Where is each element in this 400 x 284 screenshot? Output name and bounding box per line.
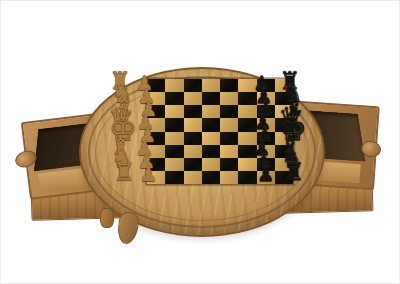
square-h7 — [275, 92, 293, 105]
square-b6 — [165, 105, 183, 118]
square-h6 — [275, 105, 293, 118]
square-d4 — [202, 132, 220, 145]
square-c7 — [184, 92, 202, 105]
square-b8 — [165, 79, 183, 92]
square-h5 — [275, 118, 293, 131]
square-a2 — [147, 158, 165, 171]
square-f4 — [238, 132, 256, 145]
square-h1 — [275, 171, 293, 184]
square-c5 — [184, 118, 202, 131]
square-d6 — [202, 105, 220, 118]
square-d8 — [202, 79, 220, 92]
square-e4 — [220, 132, 238, 145]
product-photo: ♜♟♟♜♞♟♟♞♝♟♟♝♛♟♟♛♚♟♟♚♝♟♟♝♞♟♟♞♜♟♟♜ — [0, 0, 400, 284]
square-f2 — [238, 158, 256, 171]
square-h2 — [275, 158, 293, 171]
square-d7 — [202, 92, 220, 105]
square-a6 — [147, 105, 165, 118]
square-g2 — [257, 158, 275, 171]
square-h4 — [275, 132, 293, 145]
square-f6 — [238, 105, 256, 118]
square-g5 — [257, 118, 275, 131]
square-e6 — [220, 105, 238, 118]
board-foot-left — [100, 208, 114, 228]
square-f1 — [238, 171, 256, 184]
square-g4 — [257, 132, 275, 145]
square-h8 — [275, 79, 293, 92]
square-a7 — [147, 92, 165, 105]
square-d5 — [202, 118, 220, 131]
square-b3 — [165, 145, 183, 158]
square-c8 — [184, 79, 202, 92]
square-e1 — [220, 171, 238, 184]
square-g7 — [257, 92, 275, 105]
square-d2 — [202, 158, 220, 171]
square-e8 — [220, 79, 238, 92]
square-b5 — [165, 118, 183, 131]
square-g6 — [257, 105, 275, 118]
board-foot-front — [116, 211, 141, 246]
square-g3 — [257, 145, 275, 158]
square-a3 — [147, 145, 165, 158]
square-b7 — [165, 92, 183, 105]
square-b4 — [165, 132, 183, 145]
square-b2 — [165, 158, 183, 171]
square-a8 — [147, 79, 165, 92]
square-c6 — [184, 105, 202, 118]
square-c1 — [184, 171, 202, 184]
checkerboard — [147, 79, 293, 184]
square-a1 — [147, 171, 165, 184]
square-g1 — [257, 171, 275, 184]
square-a4 — [147, 132, 165, 145]
square-f3 — [238, 145, 256, 158]
square-c2 — [184, 158, 202, 171]
square-c3 — [184, 145, 202, 158]
square-c4 — [184, 132, 202, 145]
square-a5 — [147, 118, 165, 131]
square-f8 — [238, 79, 256, 92]
square-d1 — [202, 171, 220, 184]
square-f5 — [238, 118, 256, 131]
square-h3 — [275, 145, 293, 158]
square-b1 — [165, 171, 183, 184]
square-g8 — [257, 79, 275, 92]
square-e5 — [220, 118, 238, 131]
square-e2 — [220, 158, 238, 171]
square-e7 — [220, 92, 238, 105]
square-d3 — [202, 145, 220, 158]
square-e3 — [220, 145, 238, 158]
square-f7 — [238, 92, 256, 105]
